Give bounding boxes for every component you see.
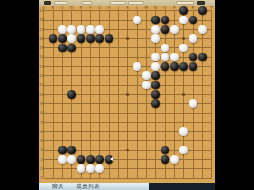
board-cell-D11[interactable] <box>67 80 76 89</box>
board-cell-H18[interactable] <box>104 15 113 24</box>
board-cell-P15[interactable] <box>170 43 179 52</box>
board-cell-R19[interactable] <box>188 6 197 15</box>
board-cell-N12[interactable] <box>151 71 160 80</box>
board-cell-J1[interactable] <box>114 173 123 182</box>
board-cell-J18[interactable] <box>114 15 123 24</box>
board-cell-H5[interactable] <box>104 136 113 145</box>
board-cell-H17[interactable] <box>104 25 113 34</box>
board-cell-P7[interactable] <box>170 118 179 127</box>
board-cell-K17[interactable] <box>123 25 132 34</box>
board-cell-D12[interactable] <box>67 71 76 80</box>
board-cell-M4[interactable] <box>142 145 151 154</box>
board-cell-G11[interactable] <box>95 80 104 89</box>
board-cell-Q2[interactable] <box>179 164 188 173</box>
board-cell-R15[interactable] <box>188 43 197 52</box>
board-cell-E4[interactable] <box>76 145 85 154</box>
board-cell-C12[interactable] <box>58 71 67 80</box>
board-cell-T17[interactable] <box>207 25 215 34</box>
board-cell-M3[interactable] <box>142 155 151 164</box>
board-cell-E3[interactable] <box>76 155 85 164</box>
board-cell-Q12[interactable] <box>179 71 188 80</box>
board-cell-T8[interactable] <box>207 108 215 117</box>
board-cell-P17[interactable] <box>170 25 179 34</box>
board-cell-S4[interactable] <box>198 145 207 154</box>
board-cell-P5[interactable] <box>170 136 179 145</box>
board-cell-N17[interactable] <box>151 25 160 34</box>
board-cell-R11[interactable] <box>188 80 197 89</box>
board-cell-K18[interactable] <box>123 15 132 24</box>
board-cell-L13[interactable] <box>132 62 141 71</box>
board-cell-B3[interactable] <box>48 155 57 164</box>
board-cell-E14[interactable] <box>76 52 85 61</box>
board-cell-J15[interactable] <box>114 43 123 52</box>
board-cell-O1[interactable] <box>160 173 169 182</box>
board-cell-F14[interactable] <box>86 52 95 61</box>
board-cell-N8[interactable] <box>151 108 160 117</box>
board-cell-O12[interactable] <box>160 71 169 80</box>
board-cell-N18[interactable] <box>151 15 160 24</box>
board-cell-B10[interactable] <box>48 90 57 99</box>
board-cell-N7[interactable] <box>151 118 160 127</box>
board-cell-S2[interactable] <box>198 164 207 173</box>
board-cell-C13[interactable] <box>58 62 67 71</box>
board-cell-C15[interactable] <box>58 43 67 52</box>
board-cell-B6[interactable] <box>48 127 57 136</box>
board-cell-C6[interactable] <box>58 127 67 136</box>
board-cell-S1[interactable] <box>198 173 207 182</box>
board-cell-B17[interactable] <box>48 25 57 34</box>
board-cell-F1[interactable] <box>86 173 95 182</box>
board-cell-E7[interactable] <box>76 118 85 127</box>
board-cell-T10[interactable] <box>207 90 215 99</box>
board-cell-O15[interactable] <box>160 43 169 52</box>
board-cell-F12[interactable] <box>86 71 95 80</box>
toolbar-button-1[interactable] <box>44 1 51 5</box>
board-cell-L8[interactable] <box>132 108 141 117</box>
board-cell-J5[interactable] <box>114 136 123 145</box>
board-cell-K6[interactable] <box>123 127 132 136</box>
board-cell-L15[interactable] <box>132 43 141 52</box>
toolbar-button-5[interactable] <box>128 1 144 5</box>
board-cell-O8[interactable] <box>160 108 169 117</box>
board-cell-T11[interactable] <box>207 80 215 89</box>
board-cell-P19[interactable] <box>170 6 179 15</box>
board-cell-J9[interactable] <box>114 99 123 108</box>
board-cell-D4[interactable] <box>67 145 76 154</box>
board-cell-T4[interactable] <box>207 145 215 154</box>
board-cell-B9[interactable] <box>48 99 57 108</box>
board-cell-M18[interactable] <box>142 15 151 24</box>
board-cell-J13[interactable] <box>114 62 123 71</box>
board-cell-E18[interactable] <box>76 15 85 24</box>
board-cell-C11[interactable] <box>58 80 67 89</box>
board-cell-D9[interactable] <box>67 99 76 108</box>
board-cell-K16[interactable] <box>123 34 132 43</box>
board-cell-J14[interactable] <box>114 52 123 61</box>
board-cell-F19[interactable] <box>86 6 95 15</box>
board-cell-J19[interactable] <box>114 6 123 15</box>
board-cell-M9[interactable] <box>142 99 151 108</box>
board-cell-F2[interactable] <box>86 164 95 173</box>
board-cell-E19[interactable] <box>76 6 85 15</box>
board-cell-T5[interactable] <box>207 136 215 145</box>
board-cell-E5[interactable] <box>76 136 85 145</box>
board-cell-G3[interactable] <box>95 155 104 164</box>
board-cell-S11[interactable] <box>198 80 207 89</box>
board-cell-P16[interactable] <box>170 34 179 43</box>
board-cell-Q3[interactable] <box>179 155 188 164</box>
toolbar-button-2[interactable] <box>54 1 68 5</box>
board-cell-K12[interactable] <box>123 71 132 80</box>
board-cell-R4[interactable] <box>188 145 197 154</box>
board-cell-H8[interactable] <box>104 108 113 117</box>
board-cell-K10[interactable] <box>123 90 132 99</box>
board-cell-K19[interactable] <box>123 6 132 15</box>
board-cell-F16[interactable] <box>86 34 95 43</box>
board-cell-G2[interactable] <box>95 164 104 173</box>
board-cell-Q14[interactable] <box>179 52 188 61</box>
board-cell-H12[interactable] <box>104 71 113 80</box>
board-cell-R10[interactable] <box>188 90 197 99</box>
board-cell-C3[interactable] <box>58 155 67 164</box>
board-cell-L6[interactable] <box>132 127 141 136</box>
board-cell-H4[interactable] <box>104 145 113 154</box>
board-cell-S10[interactable] <box>198 90 207 99</box>
board-cell-G19[interactable] <box>95 6 104 15</box>
board-cell-O5[interactable] <box>160 136 169 145</box>
board-cell-L16[interactable] <box>132 34 141 43</box>
board-cell-J2[interactable] <box>114 164 123 173</box>
board-cell-C18[interactable] <box>58 15 67 24</box>
board-cell-L5[interactable] <box>132 136 141 145</box>
board-cell-T15[interactable] <box>207 43 215 52</box>
board-cell-N19[interactable] <box>151 6 160 15</box>
board-cell-C16[interactable] <box>58 34 67 43</box>
board-cell-B1[interactable] <box>48 173 57 182</box>
board-cell-L10[interactable] <box>132 90 141 99</box>
board-cell-S3[interactable] <box>198 155 207 164</box>
board-cell-R2[interactable] <box>188 164 197 173</box>
board-cell-J4[interactable] <box>114 145 123 154</box>
board-cell-H13[interactable] <box>104 62 113 71</box>
board-cell-N14[interactable] <box>151 52 160 61</box>
board-cell-N11[interactable] <box>151 80 160 89</box>
board-cell-R18[interactable] <box>188 15 197 24</box>
board-cell-D14[interactable] <box>67 52 76 61</box>
board-cell-R9[interactable] <box>188 99 197 108</box>
board-cell-E13[interactable] <box>76 62 85 71</box>
board-cell-C1[interactable] <box>58 173 67 182</box>
board-cell-F4[interactable] <box>86 145 95 154</box>
board-cell-O18[interactable] <box>160 15 169 24</box>
board-cell-P1[interactable] <box>170 173 179 182</box>
board-cell-F9[interactable] <box>86 99 95 108</box>
board-cell-D1[interactable] <box>67 173 76 182</box>
board-cell-L17[interactable] <box>132 25 141 34</box>
board-cell-B15[interactable] <box>48 43 57 52</box>
board-cell-D7[interactable] <box>67 118 76 127</box>
board-cell-S8[interactable] <box>198 108 207 117</box>
board-cell-G4[interactable] <box>95 145 104 154</box>
board-cell-O9[interactable] <box>160 99 169 108</box>
board-cell-Q1[interactable] <box>179 173 188 182</box>
board-cell-Q4[interactable] <box>179 145 188 154</box>
board-cell-S9[interactable] <box>198 99 207 108</box>
board-cell-H6[interactable] <box>104 127 113 136</box>
board-cell-H1[interactable] <box>104 173 113 182</box>
board-cell-G8[interactable] <box>95 108 104 117</box>
board-cell-P10[interactable] <box>170 90 179 99</box>
board-cell-H3[interactable] <box>104 155 113 164</box>
board-cell-N15[interactable] <box>151 43 160 52</box>
board-cell-T14[interactable] <box>207 52 215 61</box>
board-cell-O13[interactable] <box>160 62 169 71</box>
board-cell-O7[interactable] <box>160 118 169 127</box>
board-cell-S14[interactable] <box>198 52 207 61</box>
board-cell-P12[interactable] <box>170 71 179 80</box>
board-cell-N13[interactable] <box>151 62 160 71</box>
board-cell-M5[interactable] <box>142 136 151 145</box>
board-cell-K14[interactable] <box>123 52 132 61</box>
board-cell-P3[interactable] <box>170 155 179 164</box>
board-cell-T16[interactable] <box>207 34 215 43</box>
board-cell-Q7[interactable] <box>179 118 188 127</box>
board-cell-M11[interactable] <box>142 80 151 89</box>
board-cell-S7[interactable] <box>198 118 207 127</box>
board-cell-D13[interactable] <box>67 62 76 71</box>
board-cell-S17[interactable] <box>198 25 207 34</box>
board-cell-R17[interactable] <box>188 25 197 34</box>
board-cell-F5[interactable] <box>86 136 95 145</box>
board-cell-C7[interactable] <box>58 118 67 127</box>
board-cell-L3[interactable] <box>132 155 141 164</box>
board-cell-P6[interactable] <box>170 127 179 136</box>
board-cell-Q8[interactable] <box>179 108 188 117</box>
board-cell-M8[interactable] <box>142 108 151 117</box>
board-cell-B7[interactable] <box>48 118 57 127</box>
board-cell-M13[interactable] <box>142 62 151 71</box>
board-cell-E15[interactable] <box>76 43 85 52</box>
board-cell-F18[interactable] <box>86 15 95 24</box>
board-cell-D18[interactable] <box>67 15 76 24</box>
board-cell-S16[interactable] <box>198 34 207 43</box>
board-cell-P11[interactable] <box>170 80 179 89</box>
board-cell-E8[interactable] <box>76 108 85 117</box>
board-cell-R3[interactable] <box>188 155 197 164</box>
board-cell-E12[interactable] <box>76 71 85 80</box>
toolbar-button-3[interactable] <box>82 1 92 5</box>
board-cell-R13[interactable] <box>188 62 197 71</box>
board-cell-E2[interactable] <box>76 164 85 173</box>
board-cell-N9[interactable] <box>151 99 160 108</box>
board-cell-O4[interactable] <box>160 145 169 154</box>
board-cell-T6[interactable] <box>207 127 215 136</box>
board-cell-M7[interactable] <box>142 118 151 127</box>
board-cell-R7[interactable] <box>188 118 197 127</box>
board-cell-H19[interactable] <box>104 6 113 15</box>
board-cell-L18[interactable] <box>132 15 141 24</box>
board-cell-F17[interactable] <box>86 25 95 34</box>
board-cell-K3[interactable] <box>123 155 132 164</box>
board-cell-B16[interactable] <box>48 34 57 43</box>
board-cell-J6[interactable] <box>114 127 123 136</box>
board-cell-B14[interactable] <box>48 52 57 61</box>
board-cell-T13[interactable] <box>207 62 215 71</box>
board-cell-S19[interactable] <box>198 6 207 15</box>
board-cell-F15[interactable] <box>86 43 95 52</box>
board-cell-B4[interactable] <box>48 145 57 154</box>
board-cell-T1[interactable] <box>207 173 215 182</box>
board-cell-K13[interactable] <box>123 62 132 71</box>
board-cell-R14[interactable] <box>188 52 197 61</box>
board-cell-Q13[interactable] <box>179 62 188 71</box>
board-cell-F11[interactable] <box>86 80 95 89</box>
board-cell-P14[interactable] <box>170 52 179 61</box>
board-cell-K11[interactable] <box>123 80 132 89</box>
board-cell-H15[interactable] <box>104 43 113 52</box>
board-cell-G6[interactable] <box>95 127 104 136</box>
board-cell-T3[interactable] <box>207 155 215 164</box>
board-cell-G5[interactable] <box>95 136 104 145</box>
board-cell-C2[interactable] <box>58 164 67 173</box>
board-cell-D3[interactable] <box>67 155 76 164</box>
board-cell-G13[interactable] <box>95 62 104 71</box>
board-cell-J16[interactable] <box>114 34 123 43</box>
board-cell-H16[interactable] <box>104 34 113 43</box>
board-cell-H2[interactable] <box>104 164 113 173</box>
board-cell-M14[interactable] <box>142 52 151 61</box>
board-cell-C9[interactable] <box>58 99 67 108</box>
board-cell-Q11[interactable] <box>179 80 188 89</box>
board-cell-J11[interactable] <box>114 80 123 89</box>
board-cell-L14[interactable] <box>132 52 141 61</box>
board-cell-C8[interactable] <box>58 108 67 117</box>
board-cell-D10[interactable] <box>67 90 76 99</box>
board-cell-B8[interactable] <box>48 108 57 117</box>
board-cell-Q6[interactable] <box>179 127 188 136</box>
board-cell-B13[interactable] <box>48 62 57 71</box>
board-cell-L7[interactable] <box>132 118 141 127</box>
board-cell-G14[interactable] <box>95 52 104 61</box>
board-cell-Q18[interactable] <box>179 15 188 24</box>
board-cell-B12[interactable] <box>48 71 57 80</box>
board-cell-L4[interactable] <box>132 145 141 154</box>
board-cell-J12[interactable] <box>114 71 123 80</box>
board-cell-D17[interactable] <box>67 25 76 34</box>
board-cell-J7[interactable] <box>114 118 123 127</box>
board-cell-M19[interactable] <box>142 6 151 15</box>
board-cell-M10[interactable] <box>142 90 151 99</box>
board-cell-K2[interactable] <box>123 164 132 173</box>
board-cell-S5[interactable] <box>198 136 207 145</box>
bottom-tab-member-list[interactable]: 成员列表 <box>76 183 100 190</box>
board-cell-N5[interactable] <box>151 136 160 145</box>
board-cell-N16[interactable] <box>151 34 160 43</box>
board-cell-K1[interactable] <box>123 173 132 182</box>
board-cell-H10[interactable] <box>104 90 113 99</box>
board-cell-E1[interactable] <box>76 173 85 182</box>
board-cell-N3[interactable] <box>151 155 160 164</box>
board-cell-S12[interactable] <box>198 71 207 80</box>
board-cell-O6[interactable] <box>160 127 169 136</box>
board-cell-R5[interactable] <box>188 136 197 145</box>
board-cell-B19[interactable] <box>48 6 57 15</box>
board-cell-N6[interactable] <box>151 127 160 136</box>
board-cell-P4[interactable] <box>170 145 179 154</box>
board-cell-G7[interactable] <box>95 118 104 127</box>
board-cell-C14[interactable] <box>58 52 67 61</box>
board-cell-Q15[interactable] <box>179 43 188 52</box>
board-cell-F7[interactable] <box>86 118 95 127</box>
board-cell-H7[interactable] <box>104 118 113 127</box>
toolbar-button-4[interactable] <box>110 1 126 5</box>
board-cell-H11[interactable] <box>104 80 113 89</box>
board-cell-O19[interactable] <box>160 6 169 15</box>
board-cell-G10[interactable] <box>95 90 104 99</box>
bottom-tab-chat[interactable]: 聊天 <box>52 183 64 190</box>
board-cell-M15[interactable] <box>142 43 151 52</box>
board-cell-Q17[interactable] <box>179 25 188 34</box>
board-cell-B5[interactable] <box>48 136 57 145</box>
board-cell-Q9[interactable] <box>179 99 188 108</box>
board-cell-N1[interactable] <box>151 173 160 182</box>
board-cell-G18[interactable] <box>95 15 104 24</box>
board-cell-M17[interactable] <box>142 25 151 34</box>
board-cell-E11[interactable] <box>76 80 85 89</box>
board-cell-O16[interactable] <box>160 34 169 43</box>
board-cell-L19[interactable] <box>132 6 141 15</box>
board-cell-T7[interactable] <box>207 118 215 127</box>
board-cell-G17[interactable] <box>95 25 104 34</box>
board-cell-F3[interactable] <box>86 155 95 164</box>
board-cell-P9[interactable] <box>170 99 179 108</box>
board-cell-E17[interactable] <box>76 25 85 34</box>
board-cell-D5[interactable] <box>67 136 76 145</box>
board-cell-O17[interactable] <box>160 25 169 34</box>
board-cell-J8[interactable] <box>114 108 123 117</box>
board-cell-R1[interactable] <box>188 173 197 182</box>
board-cell-G12[interactable] <box>95 71 104 80</box>
board-cell-M16[interactable] <box>142 34 151 43</box>
board-cell-L1[interactable] <box>132 173 141 182</box>
board-cell-Q10[interactable] <box>179 90 188 99</box>
board-cell-S6[interactable] <box>198 127 207 136</box>
board-cell-R8[interactable] <box>188 108 197 117</box>
toolbar-button-7[interactable] <box>197 1 205 5</box>
board-cell-N10[interactable] <box>151 90 160 99</box>
board-cell-G9[interactable] <box>95 99 104 108</box>
board-cell-E9[interactable] <box>76 99 85 108</box>
board-cell-D19[interactable] <box>67 6 76 15</box>
board-cell-Q16[interactable] <box>179 34 188 43</box>
board-cell-Q5[interactable] <box>179 136 188 145</box>
board-cell-C5[interactable] <box>58 136 67 145</box>
board-cell-B11[interactable] <box>48 80 57 89</box>
board-cell-S13[interactable] <box>198 62 207 71</box>
board-cell-B18[interactable] <box>48 15 57 24</box>
board-cell-F8[interactable] <box>86 108 95 117</box>
board-cell-E16[interactable] <box>76 34 85 43</box>
board-cell-L9[interactable] <box>132 99 141 108</box>
board-cell-O14[interactable] <box>160 52 169 61</box>
board-cell-D2[interactable] <box>67 164 76 173</box>
board-cell-K8[interactable] <box>123 108 132 117</box>
board-cell-G1[interactable] <box>95 173 104 182</box>
toolbar-button-6[interactable] <box>176 1 194 5</box>
board-cell-K9[interactable] <box>123 99 132 108</box>
board-cell-D15[interactable] <box>67 43 76 52</box>
board-cell-G16[interactable] <box>95 34 104 43</box>
